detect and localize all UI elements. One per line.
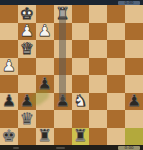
square-e1[interactable]	[72, 5, 90, 23]
square-h4[interactable]	[125, 58, 143, 76]
square-b8[interactable]	[18, 128, 36, 146]
black-pawn-piece: ♟	[2, 93, 16, 109]
square-d2[interactable]	[54, 23, 72, 41]
white-pawn-piece: ♟	[20, 23, 34, 39]
square-a2[interactable]	[0, 23, 18, 41]
square-e6[interactable]: ♞	[72, 93, 90, 111]
square-c6[interactable]	[36, 93, 54, 111]
square-f6[interactable]	[89, 93, 107, 111]
white-rook-piece: ♜	[55, 6, 69, 22]
square-a4[interactable]: ♟	[0, 58, 18, 76]
square-e5[interactable]	[72, 75, 90, 93]
square-h2[interactable]	[125, 23, 143, 41]
bottom-bar-mark	[13, 147, 19, 149]
square-g8[interactable]	[107, 128, 125, 146]
bottom-clock: 0:00	[118, 146, 140, 150]
white-pawn-piece: ♟	[38, 23, 52, 39]
chess-board[interactable]: ♚♜♟♟♛♟♟♟♟♟♞♟♛♚♜♜	[0, 5, 143, 145]
square-c7[interactable]	[36, 110, 54, 128]
square-b4[interactable]	[18, 58, 36, 76]
square-f5[interactable]	[89, 75, 107, 93]
square-f2[interactable]	[89, 23, 107, 41]
square-g1[interactable]	[107, 5, 125, 23]
white-knight-piece: ♞	[73, 93, 87, 109]
white-queen-piece: ♛	[20, 41, 34, 57]
square-c1[interactable]	[36, 5, 54, 23]
square-e3[interactable]	[72, 40, 90, 58]
square-f7[interactable]	[89, 110, 107, 128]
square-b6[interactable]: ♟	[18, 93, 36, 111]
white-pawn-piece: ♟	[2, 58, 16, 74]
square-c5[interactable]: ♟	[36, 75, 54, 93]
square-a7[interactable]	[0, 110, 18, 128]
black-pawn-piece: ♟	[38, 76, 52, 92]
square-b5[interactable]	[18, 75, 36, 93]
square-d1[interactable]: ♜	[54, 5, 72, 23]
bottom-app-bar: 0:00	[0, 145, 143, 150]
square-b3[interactable]: ♛	[18, 40, 36, 58]
square-g4[interactable]	[107, 58, 125, 76]
square-f3[interactable]	[89, 40, 107, 58]
square-d3[interactable]	[54, 40, 72, 58]
black-rook-piece: ♜	[73, 128, 87, 144]
white-king-piece: ♚	[20, 6, 34, 22]
square-g7[interactable]	[107, 110, 125, 128]
square-h8[interactable]	[125, 128, 143, 146]
black-king-piece: ♚	[2, 128, 16, 144]
square-f1[interactable]	[89, 5, 107, 23]
square-d6[interactable]: ♟	[54, 93, 72, 111]
square-c8[interactable]: ♜	[36, 128, 54, 146]
square-g3[interactable]	[107, 40, 125, 58]
square-f4[interactable]	[89, 58, 107, 76]
square-a6[interactable]: ♟	[0, 93, 18, 111]
square-e8[interactable]: ♜	[72, 128, 90, 146]
square-c2[interactable]: ♟	[36, 23, 54, 41]
square-h1[interactable]	[125, 5, 143, 23]
square-a1[interactable]	[0, 5, 18, 23]
square-e7[interactable]	[72, 110, 90, 128]
square-g6[interactable]	[107, 93, 125, 111]
black-queen-piece: ♛	[20, 111, 34, 127]
square-g2[interactable]	[107, 23, 125, 41]
square-d7[interactable]	[54, 110, 72, 128]
square-f8[interactable]	[89, 128, 107, 146]
square-e2[interactable]	[72, 23, 90, 41]
square-e4[interactable]	[72, 58, 90, 76]
black-rook-piece: ♜	[38, 128, 52, 144]
black-pawn-piece: ♟	[127, 93, 141, 109]
square-d8[interactable]	[54, 128, 72, 146]
bottom-bar-mark	[56, 147, 65, 149]
square-c3[interactable]	[36, 40, 54, 58]
square-d4[interactable]	[54, 58, 72, 76]
square-c4[interactable]	[36, 58, 54, 76]
black-pawn-piece: ♟	[55, 93, 69, 109]
square-d5[interactable]	[54, 75, 72, 93]
square-h5[interactable]	[125, 75, 143, 93]
black-pawn-piece: ♟	[20, 93, 34, 109]
square-g5[interactable]	[107, 75, 125, 93]
top-clock: 0:00	[118, 1, 140, 5]
square-b1[interactable]: ♚	[18, 5, 36, 23]
square-a8[interactable]: ♚	[0, 128, 18, 146]
square-h6[interactable]: ♟	[125, 93, 143, 111]
square-b7[interactable]: ♛	[18, 110, 36, 128]
square-h7[interactable]	[125, 110, 143, 128]
square-b2[interactable]: ♟	[18, 23, 36, 41]
square-a5[interactable]	[0, 75, 18, 93]
square-h3[interactable]	[125, 40, 143, 58]
square-a3[interactable]	[0, 40, 18, 58]
